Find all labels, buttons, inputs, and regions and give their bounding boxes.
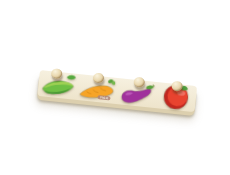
- puzzle-board: VIGA: [37, 70, 197, 112]
- slot-tomato: [155, 82, 197, 112]
- pea-leaf-icon: [66, 75, 75, 80]
- eggplant-body: [121, 86, 151, 104]
- slot-eggplant: [116, 78, 158, 108]
- brand-logo-text: VIGA: [100, 95, 109, 100]
- slot-pea-pod: [37, 70, 79, 100]
- slot-carrot: [77, 74, 119, 104]
- product-photo-background: VIGA: [0, 0, 230, 175]
- eggplant-calyx-icon: [146, 85, 154, 89]
